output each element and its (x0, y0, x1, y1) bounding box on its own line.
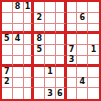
cell-r4c5[interactable] (45, 34, 56, 45)
cell-r4c8[interactable] (77, 34, 88, 45)
cell-r5c9: 1 (88, 45, 99, 56)
sudoku-board: 81265485713712436 (0, 0, 101, 101)
cell-r9c6: 6 (56, 88, 67, 99)
cell-r7c2[interactable] (13, 67, 24, 78)
cell-r1c4[interactable] (34, 2, 45, 13)
cell-r5c3[interactable] (24, 45, 35, 56)
cell-r4c3[interactable] (24, 34, 35, 45)
cell-r2c7[interactable] (67, 13, 78, 24)
cell-r6c1[interactable] (2, 56, 13, 67)
cell-r5c2[interactable] (13, 45, 24, 56)
cell-r7c5: 1 (45, 67, 56, 78)
cell-r1c3: 1 (24, 2, 35, 13)
cell-r6c8[interactable] (77, 56, 88, 67)
cell-r8c5[interactable] (45, 78, 56, 89)
cell-r9c8[interactable] (77, 88, 88, 99)
cell-r6c5[interactable] (45, 56, 56, 67)
cell-r1c5[interactable] (45, 2, 56, 13)
cell-r8c7[interactable] (67, 78, 78, 89)
cell-r6c9[interactable] (88, 56, 99, 67)
cell-r3c2[interactable] (13, 24, 24, 35)
cell-r3c5[interactable] (45, 24, 56, 35)
cell-r8c8: 4 (77, 78, 88, 89)
cell-r4c2: 4 (13, 34, 24, 45)
cell-r8c1: 2 (2, 78, 13, 89)
cell-r9c5: 3 (45, 88, 56, 99)
cell-r6c4[interactable] (34, 56, 45, 67)
cell-r3c8[interactable] (77, 24, 88, 35)
cell-r6c2[interactable] (13, 56, 24, 67)
cell-r5c5[interactable] (45, 45, 56, 56)
cell-r4c6[interactable] (56, 34, 67, 45)
cell-r2c2[interactable] (13, 13, 24, 24)
cell-r9c2[interactable] (13, 88, 24, 99)
cell-r7c9[interactable] (88, 67, 99, 78)
cell-r8c2[interactable] (13, 78, 24, 89)
cell-r5c8[interactable] (77, 45, 88, 56)
cell-r2c8: 6 (77, 13, 88, 24)
cell-r9c4[interactable] (34, 88, 45, 99)
cell-r8c6[interactable] (56, 78, 67, 89)
cell-r2c5[interactable] (45, 13, 56, 24)
cell-r4c7[interactable] (67, 34, 78, 45)
cell-r7c1: 7 (2, 67, 13, 78)
cell-r5c1[interactable] (2, 45, 13, 56)
cell-r3c1[interactable] (2, 24, 13, 35)
cell-r8c4[interactable] (34, 78, 45, 89)
cell-r3c3[interactable] (24, 24, 35, 35)
cell-r3c4[interactable] (34, 24, 45, 35)
cell-r8c3[interactable] (24, 78, 35, 89)
cell-r6c7: 3 (67, 56, 78, 67)
cell-r9c7[interactable] (67, 88, 78, 99)
cell-r6c3[interactable] (24, 56, 35, 67)
cell-r9c3[interactable] (24, 88, 35, 99)
cell-r1c7[interactable] (67, 2, 78, 13)
cell-r9c9[interactable] (88, 88, 99, 99)
cell-r1c6[interactable] (56, 2, 67, 13)
cell-r7c4[interactable] (34, 67, 45, 78)
cell-r7c8[interactable] (77, 67, 88, 78)
cell-r2c3[interactable] (24, 13, 35, 24)
cell-r6c6[interactable] (56, 56, 67, 67)
cell-r9c1[interactable] (2, 88, 13, 99)
cell-r7c6[interactable] (56, 67, 67, 78)
cell-r8c9[interactable] (88, 78, 99, 89)
cell-r2c9[interactable] (88, 13, 99, 24)
cell-r4c4: 8 (34, 34, 45, 45)
cell-r2c6[interactable] (56, 13, 67, 24)
cell-r2c1[interactable] (2, 13, 13, 24)
cell-r4c9[interactable] (88, 34, 99, 45)
cell-r2c4: 2 (34, 13, 45, 24)
cell-r3c9[interactable] (88, 24, 99, 35)
cell-r4c1: 5 (2, 34, 13, 45)
cell-r5c4: 5 (34, 45, 45, 56)
cell-r1c9[interactable] (88, 2, 99, 13)
cell-r1c1[interactable] (2, 2, 13, 13)
cell-r1c8[interactable] (77, 2, 88, 13)
cell-r7c7[interactable] (67, 67, 78, 78)
cell-r3c6[interactable] (56, 24, 67, 35)
cell-r5c6[interactable] (56, 45, 67, 56)
cell-r1c2: 8 (13, 2, 24, 13)
cell-r7c3[interactable] (24, 67, 35, 78)
cell-r3c7[interactable] (67, 24, 78, 35)
